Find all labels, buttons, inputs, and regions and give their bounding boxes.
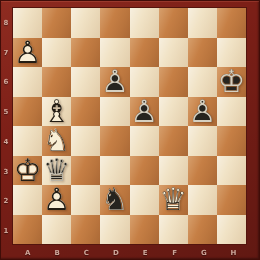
rank-labels: 87654321 [0,8,12,246]
square-h4[interactable] [217,126,246,156]
file-label-d: D [101,246,130,259]
piece-white-pawn-a7[interactable]: ♟♙ [13,38,42,68]
square-d4[interactable] [100,126,129,156]
black-pawn-outline: ♙ [130,97,159,127]
square-c1[interactable] [71,215,100,245]
square-a2[interactable] [13,185,42,215]
rank-label-4: 4 [0,127,12,157]
white-pawn-outline: ♙ [42,185,71,215]
file-label-b: B [42,246,71,259]
white-pawn-outline: ♙ [13,38,42,68]
square-h1[interactable] [217,215,246,245]
square-a5[interactable] [13,97,42,127]
square-a1[interactable] [13,215,42,245]
square-h2[interactable] [217,185,246,215]
square-b7[interactable] [42,38,71,68]
square-g7[interactable] [188,38,217,68]
square-e8[interactable] [130,8,159,38]
square-c5[interactable] [71,97,100,127]
square-g5[interactable]: ♟♙ [188,97,217,127]
white-king-outline: ♔ [13,156,42,186]
square-c6[interactable] [71,67,100,97]
white-queen-outline: ♕ [159,185,188,215]
chessboard-widget: 87654321 ABCDEFGH ♟♙♟♙♚♔♝♗♟♙♟♙♞♘♚♔♛♕♟♙♞♘… [0,0,260,260]
file-label-e: E [131,246,160,259]
square-d8[interactable] [100,8,129,38]
square-h5[interactable] [217,97,246,127]
square-g8[interactable] [188,8,217,38]
piece-black-pawn-g5[interactable]: ♟♙ [188,97,217,127]
square-h6[interactable]: ♚♔ [217,67,246,97]
square-f8[interactable] [159,8,188,38]
square-f1[interactable] [159,215,188,245]
square-f4[interactable] [159,126,188,156]
square-c2[interactable] [71,185,100,215]
square-f6[interactable] [159,67,188,97]
square-a3[interactable]: ♚♔ [13,156,42,186]
square-g1[interactable] [188,215,217,245]
file-label-g: G [189,246,218,259]
square-f2[interactable]: ♛♕ [159,185,188,215]
rank-label-7: 7 [0,38,12,68]
square-b8[interactable] [42,8,71,38]
file-label-h: H [219,246,248,259]
file-labels: ABCDEFGH [13,246,248,259]
piece-black-pawn-e5[interactable]: ♟♙ [130,97,159,127]
file-label-a: A [13,246,42,259]
square-d1[interactable] [100,215,129,245]
rank-label-5: 5 [0,97,12,127]
square-c4[interactable] [71,126,100,156]
piece-black-knight-d2[interactable]: ♞♘ [100,185,129,215]
square-h8[interactable] [217,8,246,38]
black-king-outline: ♔ [217,67,246,97]
rank-label-2: 2 [0,187,12,217]
square-c3[interactable] [71,156,100,186]
black-knight-outline: ♘ [100,185,129,215]
piece-white-queen-f2[interactable]: ♛♕ [159,185,188,215]
square-c8[interactable] [71,8,100,38]
square-e7[interactable] [130,38,159,68]
square-a7[interactable]: ♟♙ [13,38,42,68]
square-g2[interactable] [188,185,217,215]
black-pawn-outline: ♙ [188,97,217,127]
square-e2[interactable] [130,185,159,215]
rank-label-3: 3 [0,157,12,187]
square-b2[interactable]: ♟♙ [42,185,71,215]
square-f7[interactable] [159,38,188,68]
rank-label-6: 6 [0,68,12,98]
square-e3[interactable] [130,156,159,186]
piece-black-king-h6[interactable]: ♚♔ [217,67,246,97]
rank-label-1: 1 [0,216,12,246]
square-f5[interactable] [159,97,188,127]
square-a6[interactable] [13,67,42,97]
square-g4[interactable] [188,126,217,156]
file-label-c: C [72,246,101,259]
piece-black-pawn-d6[interactable]: ♟♙ [100,67,129,97]
square-d6[interactable]: ♟♙ [100,67,129,97]
file-label-f: F [160,246,189,259]
square-e4[interactable] [130,126,159,156]
square-d5[interactable] [100,97,129,127]
black-pawn-outline: ♙ [100,67,129,97]
square-b1[interactable] [42,215,71,245]
square-c7[interactable] [71,38,100,68]
piece-white-pawn-b2[interactable]: ♟♙ [42,185,71,215]
chess-board: ♟♙♟♙♚♔♝♗♟♙♟♙♞♘♚♔♛♕♟♙♞♘♛♕ [12,7,247,245]
square-e1[interactable] [130,215,159,245]
square-d2[interactable]: ♞♘ [100,185,129,215]
square-g3[interactable] [188,156,217,186]
piece-white-king-a3[interactable]: ♚♔ [13,156,42,186]
square-h3[interactable] [217,156,246,186]
square-e5[interactable]: ♟♙ [130,97,159,127]
rank-label-8: 8 [0,8,12,38]
